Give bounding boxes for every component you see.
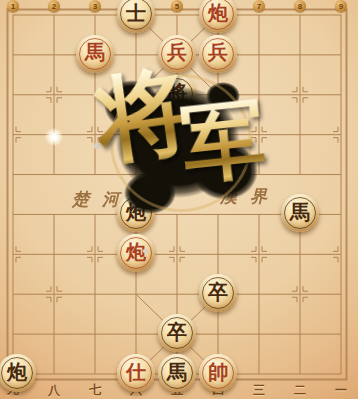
piece-glyph: 兵 bbox=[208, 39, 228, 66]
bottom-coord-8: 二 bbox=[290, 382, 310, 399]
piece-red-advisor-file4-rank9[interactable]: 仕 bbox=[117, 354, 155, 392]
piece-glyph: 馬 bbox=[167, 359, 187, 386]
bottom-coord-3: 七 bbox=[85, 382, 105, 399]
top-coord-3: 3 bbox=[89, 0, 101, 12]
piece-black-horse-file5-rank9[interactable]: 馬 bbox=[158, 354, 196, 392]
bottom-coord-7: 三 bbox=[249, 382, 269, 399]
piece-glyph: 炮 bbox=[7, 359, 27, 386]
top-coord-7: 7 bbox=[253, 0, 265, 12]
xiangqi-board-screen: 123456789 九八七六五四三二一 楚河 漢界 士炮馬兵兵將炮馬炮卒卒炮仕馬… bbox=[0, 0, 358, 399]
piece-glyph: 馬 bbox=[85, 39, 105, 66]
piece-black-soldier-file6-rank7[interactable]: 卒 bbox=[199, 274, 237, 312]
piece-black-soldier-file5-rank8[interactable]: 卒 bbox=[158, 314, 196, 352]
piece-glyph: 帥 bbox=[208, 359, 228, 386]
piece-glyph: 馬 bbox=[290, 199, 310, 226]
top-coord-2: 2 bbox=[48, 0, 60, 12]
piece-red-general-file6-rank9[interactable]: 帥 bbox=[199, 354, 237, 392]
piece-glyph: 卒 bbox=[167, 319, 187, 346]
ink-splatter bbox=[142, 248, 149, 254]
piece-glyph: 士 bbox=[126, 0, 146, 27]
bottom-coord-2: 八 bbox=[44, 382, 64, 399]
top-coord-5: 5 bbox=[171, 0, 183, 12]
bottom-coord-9: 一 bbox=[331, 382, 351, 399]
top-coord-9: 9 bbox=[335, 0, 347, 12]
piece-glyph: 卒 bbox=[208, 279, 228, 306]
top-coord-8: 8 bbox=[294, 0, 306, 12]
banner-char-jun: 军 bbox=[178, 96, 270, 188]
piece-glyph: 仕 bbox=[126, 359, 146, 386]
top-coord-1: 1 bbox=[7, 0, 19, 12]
piece-red-soldier-file6-rank1[interactable]: 兵 bbox=[199, 35, 237, 73]
sparkle-effect bbox=[45, 128, 63, 146]
piece-glyph: 炮 bbox=[208, 0, 228, 27]
